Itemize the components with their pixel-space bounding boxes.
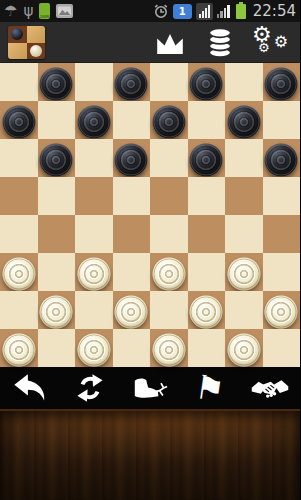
white-piece[interactable] [40,295,73,328]
black-piece[interactable] [227,105,260,138]
logo-black-piece [11,28,23,40]
draw-offer-button[interactable] [240,367,300,409]
board-square[interactable] [38,215,76,253]
coin-stack-icon [205,27,235,59]
board-square [75,215,113,253]
crown-button[interactable] [152,25,188,61]
black-piece[interactable] [40,143,73,176]
black-piece[interactable] [190,67,223,100]
board-square[interactable] [38,291,76,329]
board-square[interactable] [225,177,263,215]
board-square [0,139,38,177]
undo-arrow-icon [12,372,48,404]
white-piece[interactable] [152,333,185,366]
board-square [38,101,76,139]
board-square[interactable] [113,139,151,177]
refresh-icon [75,373,105,403]
handshake-icon [251,376,289,401]
black-piece[interactable] [265,67,298,100]
app-toolbar: ⚙ ⚙ ⚙ [0,22,300,63]
board-square [263,329,301,367]
board-square [263,253,301,291]
status-bar: ☂ ψ 100% 1 22:54 [0,0,300,22]
board-square [150,139,188,177]
board-square [113,253,151,291]
board-square[interactable] [225,253,263,291]
white-piece[interactable] [190,295,223,328]
board-square[interactable] [0,177,38,215]
status-right-icons: 1 22:54 [153,2,296,20]
checkers-app-logo[interactable] [8,26,45,59]
restart-button[interactable] [60,367,120,409]
board-square [225,215,263,253]
board-square[interactable] [188,139,226,177]
board-square [75,63,113,101]
kick-button[interactable] [120,367,180,409]
black-piece[interactable] [115,143,148,176]
white-piece[interactable] [77,333,110,366]
white-piece[interactable] [152,257,185,290]
board-square[interactable] [263,139,301,177]
undo-button[interactable] [0,367,60,409]
umbrella-icon: ☂ [4,4,17,19]
board-square [38,253,76,291]
board-square[interactable] [38,139,76,177]
board-square [0,291,38,329]
board-square [75,139,113,177]
board-square [263,101,301,139]
battery-100-icon: 100% [39,3,50,19]
wood-background [0,409,300,500]
status-left-icons: ☂ ψ 100% [4,3,73,19]
board-square [75,291,113,329]
black-piece[interactable] [190,143,223,176]
board-square [113,329,151,367]
board-square [113,177,151,215]
board-square [38,177,76,215]
board-square[interactable] [263,215,301,253]
gallery-icon [56,4,73,18]
board-square [188,177,226,215]
board-square [38,329,76,367]
toolbar-actions: ⚙ ⚙ ⚙ [152,25,292,61]
black-piece[interactable] [40,67,73,100]
board-square[interactable] [38,63,76,101]
cell-signal-boxed-icon [196,3,213,20]
board-square [188,101,226,139]
boot-kick-icon [131,374,169,402]
board-square[interactable] [0,101,38,139]
settings-button[interactable]: ⚙ ⚙ ⚙ [252,26,288,60]
bottom-toolbar: ⚑ [0,367,300,409]
coin-stack-button[interactable] [202,25,238,61]
board-square [188,253,226,291]
board-square[interactable] [0,253,38,291]
board-square[interactable] [225,101,263,139]
checkers-board [0,63,300,367]
gear-icon-small: ⚙ [258,40,270,55]
white-piece[interactable] [227,257,260,290]
black-piece[interactable] [265,143,298,176]
white-piece[interactable] [2,257,35,290]
board-square[interactable] [150,101,188,139]
black-piece[interactable] [115,67,148,100]
white-piece[interactable] [227,333,260,366]
logo-square-gold [27,26,46,43]
board-square [113,101,151,139]
alarm-clock-icon [153,3,169,19]
board-square[interactable] [150,329,188,367]
clock-text: 22:54 [253,2,296,20]
battery-icon [236,4,246,19]
board-square[interactable] [263,291,301,329]
crown-icon [154,30,186,56]
board-square[interactable] [188,291,226,329]
board-square[interactable] [75,253,113,291]
white-piece[interactable] [77,257,110,290]
board-square [263,177,301,215]
board-square [0,215,38,253]
board-square [150,215,188,253]
board-square [225,63,263,101]
board-square[interactable] [188,215,226,253]
notification-badge: 1 [173,4,192,19]
board-square[interactable] [113,63,151,101]
board-square[interactable] [225,329,263,367]
black-piece[interactable] [152,105,185,138]
logo-white-piece [30,45,42,57]
board-square[interactable] [113,215,151,253]
usb-icon: ψ [23,4,33,19]
black-piece[interactable] [2,105,35,138]
white-piece[interactable] [2,333,35,366]
board-square [225,139,263,177]
board-square[interactable] [75,177,113,215]
white-piece[interactable] [265,295,298,328]
logo-square-dark2 [27,43,46,60]
board-square [0,63,38,101]
board-square[interactable] [0,329,38,367]
white-piece[interactable] [115,295,148,328]
black-piece[interactable] [77,105,110,138]
board-square[interactable] [188,63,226,101]
board-square[interactable] [150,253,188,291]
board-square [150,63,188,101]
gear-icon-medium: ⚙ [274,32,288,51]
logo-square-gold2 [8,43,27,60]
app-screen: ☂ ψ 100% 1 22:54 [0,0,300,500]
battery-percent-label: 100% [40,14,50,19]
resign-button[interactable]: ⚑ [180,367,240,409]
cell-signal-icon [217,5,230,18]
board-square [150,291,188,329]
board-square [225,291,263,329]
board-square[interactable] [75,101,113,139]
board-square[interactable] [150,177,188,215]
board-square[interactable] [113,291,151,329]
board-square[interactable] [263,63,301,101]
logo-square-dark [8,26,27,43]
board-square [188,329,226,367]
flag-icon: ⚑ [193,370,227,407]
board-square[interactable] [75,329,113,367]
